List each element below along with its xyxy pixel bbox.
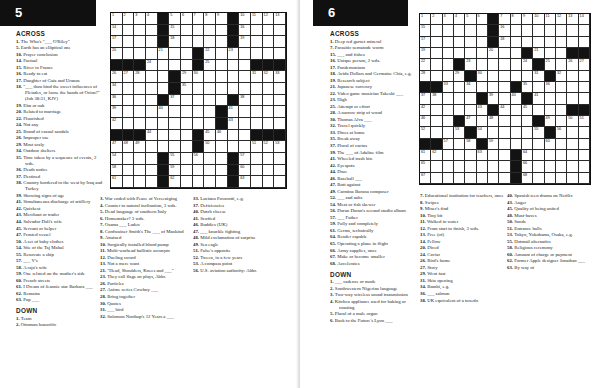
grid-cell[interactable] xyxy=(556,105,567,116)
grid-cell[interactable] xyxy=(579,139,590,150)
grid-cell[interactable]: 41 xyxy=(533,93,544,104)
grid-cell[interactable] xyxy=(181,176,193,188)
grid-cell[interactable] xyxy=(193,25,205,37)
grid-cell[interactable] xyxy=(216,48,228,60)
grid-cell[interactable] xyxy=(146,36,158,48)
grid-cell[interactable]: 60 xyxy=(239,165,251,177)
grid-cell[interactable]: 45 xyxy=(204,130,216,142)
grid-cell[interactable] xyxy=(134,83,146,95)
grid-cell[interactable]: 31 xyxy=(533,71,544,82)
grid-cell[interactable] xyxy=(123,36,135,48)
grid-cell[interactable] xyxy=(181,130,193,142)
grid-cell[interactable]: 63 xyxy=(239,176,251,188)
grid-cell[interactable]: 21 xyxy=(158,48,170,60)
grid-cell[interactable]: 62 xyxy=(169,176,181,188)
grid-cell[interactable]: 2 xyxy=(431,14,442,25)
grid-cell[interactable]: 39 xyxy=(488,93,499,104)
grid-cell[interactable] xyxy=(556,93,567,104)
grid-cell[interactable]: 53 xyxy=(274,141,286,153)
grid-cell[interactable]: 36 xyxy=(545,82,556,93)
grid-cell[interactable]: 4 xyxy=(454,14,465,25)
grid-cell[interactable] xyxy=(193,165,205,177)
grid-cell[interactable]: 25 xyxy=(545,59,556,70)
grid-cell[interactable] xyxy=(567,82,578,93)
grid-cell[interactable]: 22 xyxy=(204,48,216,60)
grid-cell[interactable]: 60 xyxy=(545,139,556,150)
grid-cell[interactable] xyxy=(204,36,216,48)
grid-cell[interactable] xyxy=(511,105,522,116)
grid-cell[interactable]: 55 xyxy=(533,127,544,138)
grid-cell[interactable]: 18 xyxy=(169,36,181,48)
grid-cell[interactable]: 23 xyxy=(228,48,240,60)
grid-cell[interactable] xyxy=(251,25,263,37)
grid-cell[interactable] xyxy=(169,141,181,153)
grid-cell[interactable] xyxy=(263,165,275,177)
grid-cell[interactable] xyxy=(533,139,544,150)
grid-cell[interactable] xyxy=(239,48,251,60)
grid-cell[interactable] xyxy=(251,153,263,165)
grid-cell[interactable] xyxy=(263,25,275,37)
grid-cell[interactable] xyxy=(556,48,567,59)
grid-cell[interactable]: 9 xyxy=(216,13,228,25)
grid-cell[interactable] xyxy=(499,48,510,59)
grid-cell[interactable]: 9 xyxy=(522,14,533,25)
grid-cell[interactable]: 43 xyxy=(477,105,488,116)
grid-cell[interactable] xyxy=(123,95,135,107)
grid-cell[interactable] xyxy=(263,176,275,188)
grid-cell[interactable] xyxy=(488,150,499,161)
grid-cell[interactable]: 54 xyxy=(111,153,123,165)
grid-cell[interactable] xyxy=(556,59,567,70)
grid-cell[interactable] xyxy=(443,59,454,70)
grid-cell[interactable]: 12 xyxy=(263,13,275,25)
grid-cell[interactable] xyxy=(216,153,228,165)
grid-cell[interactable] xyxy=(263,153,275,165)
grid-cell[interactable] xyxy=(274,106,286,118)
grid-cell[interactable] xyxy=(181,36,193,48)
grid-cell[interactable] xyxy=(522,37,533,48)
grid-cell[interactable] xyxy=(134,36,146,48)
grid-cell[interactable] xyxy=(274,95,286,107)
grid-cell[interactable] xyxy=(134,25,146,37)
grid-cell[interactable] xyxy=(216,25,228,37)
grid-cell[interactable] xyxy=(533,161,544,172)
grid-cell[interactable]: 7 xyxy=(499,14,510,25)
grid-cell[interactable] xyxy=(579,161,590,172)
grid-cell[interactable] xyxy=(169,48,181,60)
grid-cell[interactable] xyxy=(158,83,170,95)
grid-cell[interactable] xyxy=(454,161,465,172)
grid-cell[interactable] xyxy=(134,48,146,60)
grid-cell[interactable] xyxy=(193,176,205,188)
grid-cell[interactable] xyxy=(465,93,476,104)
grid-cell[interactable] xyxy=(239,118,251,130)
grid-cell[interactable]: 2 xyxy=(123,13,135,25)
grid-cell[interactable] xyxy=(158,71,170,83)
grid-cell[interactable]: 67 xyxy=(420,173,431,184)
grid-cell[interactable]: 53 xyxy=(454,127,465,138)
grid-cell[interactable] xyxy=(146,83,158,95)
grid-cell[interactable] xyxy=(556,173,567,184)
grid-cell[interactable] xyxy=(274,153,286,165)
grid-cell[interactable] xyxy=(499,59,510,70)
grid-cell[interactable] xyxy=(465,173,476,184)
grid-cell[interactable] xyxy=(216,141,228,153)
grid-cell[interactable]: 5 xyxy=(169,13,181,25)
grid-cell[interactable]: 47 xyxy=(111,141,123,153)
grid-cell[interactable]: 26 xyxy=(111,71,123,83)
grid-cell[interactable] xyxy=(477,173,488,184)
grid-cell[interactable] xyxy=(193,118,205,130)
grid-cell[interactable] xyxy=(239,130,251,142)
grid-cell[interactable]: 34 xyxy=(465,82,476,93)
grid-cell[interactable] xyxy=(488,71,499,82)
grid-cell[interactable] xyxy=(158,118,170,130)
grid-cell[interactable] xyxy=(251,83,263,95)
grid-cell[interactable]: 24 xyxy=(146,60,158,72)
grid-cell[interactable] xyxy=(488,161,499,172)
grid-cell[interactable] xyxy=(443,71,454,82)
grid-cell[interactable] xyxy=(567,139,578,150)
grid-cell[interactable] xyxy=(431,127,442,138)
grid-cell[interactable] xyxy=(443,116,454,127)
grid-cell[interactable] xyxy=(228,60,240,72)
grid-cell[interactable] xyxy=(204,165,216,177)
grid-cell[interactable] xyxy=(443,173,454,184)
grid-cell[interactable] xyxy=(158,60,170,72)
grid-cell[interactable]: 25 xyxy=(204,60,216,72)
grid-cell[interactable] xyxy=(239,60,251,72)
grid-cell[interactable] xyxy=(499,82,510,93)
grid-cell[interactable] xyxy=(579,25,590,36)
grid-cell[interactable]: 52 xyxy=(263,141,275,153)
grid-cell[interactable] xyxy=(216,36,228,48)
grid-cell[interactable] xyxy=(239,71,251,83)
grid-cell[interactable] xyxy=(556,139,567,150)
grid-cell[interactable]: 13 xyxy=(567,14,578,25)
grid-cell[interactable] xyxy=(158,141,170,153)
grid-cell[interactable] xyxy=(274,83,286,95)
grid-cell[interactable] xyxy=(204,83,216,95)
grid-cell[interactable]: 44 xyxy=(499,105,510,116)
grid-cell[interactable] xyxy=(134,165,146,177)
grid-cell[interactable] xyxy=(263,48,275,60)
grid-cell[interactable] xyxy=(545,150,556,161)
grid-cell[interactable] xyxy=(204,25,216,37)
grid-cell[interactable] xyxy=(443,25,454,36)
grid-cell[interactable]: 13 xyxy=(274,13,286,25)
grid-cell[interactable]: 30 xyxy=(477,71,488,82)
grid-cell[interactable]: 19 xyxy=(239,36,251,48)
grid-cell[interactable] xyxy=(454,37,465,48)
grid-cell[interactable] xyxy=(545,48,556,59)
grid-cell[interactable] xyxy=(134,118,146,130)
grid-cell[interactable]: 11 xyxy=(251,13,263,25)
grid-cell[interactable] xyxy=(465,105,476,116)
grid-cell[interactable] xyxy=(556,116,567,127)
grid-cell[interactable] xyxy=(251,176,263,188)
grid-cell[interactable] xyxy=(443,37,454,48)
grid-cell[interactable] xyxy=(181,48,193,60)
grid-cell[interactable] xyxy=(228,141,240,153)
grid-cell[interactable]: 26 xyxy=(567,59,578,70)
grid-cell[interactable] xyxy=(204,118,216,130)
grid-cell[interactable]: 68 xyxy=(522,173,533,184)
grid-cell[interactable] xyxy=(216,83,228,95)
grid-cell[interactable]: 27 xyxy=(123,71,135,83)
grid-cell[interactable]: 20 xyxy=(111,48,123,60)
grid-cell[interactable] xyxy=(263,36,275,48)
grid-cell[interactable]: 38 xyxy=(431,93,442,104)
grid-cell[interactable]: 48 xyxy=(488,116,499,127)
grid-cell[interactable] xyxy=(181,165,193,177)
grid-cell[interactable] xyxy=(274,48,286,60)
grid-cell[interactable] xyxy=(579,93,590,104)
grid-cell[interactable]: 49 xyxy=(545,116,556,127)
grid-cell[interactable] xyxy=(181,25,193,37)
grid-cell[interactable] xyxy=(251,165,263,177)
grid-cell[interactable] xyxy=(134,176,146,188)
grid-cell[interactable]: 12 xyxy=(556,14,567,25)
grid-cell[interactable] xyxy=(499,71,510,82)
grid-cell[interactable] xyxy=(511,127,522,138)
grid-cell[interactable] xyxy=(567,37,578,48)
grid-cell[interactable]: 7 xyxy=(193,13,205,25)
grid-cell[interactable] xyxy=(158,130,170,142)
grid-cell[interactable]: 56 xyxy=(556,127,567,138)
grid-cell[interactable] xyxy=(181,60,193,72)
grid-cell[interactable]: 54 xyxy=(477,127,488,138)
grid-cell[interactable] xyxy=(511,25,522,36)
grid-cell[interactable]: 28 xyxy=(420,71,431,82)
grid-cell[interactable]: 51 xyxy=(579,116,590,127)
grid-cell[interactable] xyxy=(123,83,135,95)
grid-cell[interactable] xyxy=(123,25,135,37)
grid-cell[interactable] xyxy=(251,106,263,118)
grid-cell[interactable]: 50 xyxy=(567,116,578,127)
grid-cell[interactable] xyxy=(522,127,533,138)
grid-cell[interactable]: 62 xyxy=(431,150,442,161)
grid-cell[interactable]: 47 xyxy=(465,116,476,127)
grid-cell[interactable] xyxy=(477,116,488,127)
grid-cell[interactable]: 28 xyxy=(134,71,146,83)
grid-cell[interactable]: 43 xyxy=(228,118,240,130)
grid-cell[interactable]: 42 xyxy=(111,118,123,130)
grid-cell[interactable]: 3 xyxy=(443,14,454,25)
grid-cell[interactable] xyxy=(454,48,465,59)
grid-cell[interactable]: 29 xyxy=(454,71,465,82)
grid-cell[interactable] xyxy=(181,141,193,153)
grid-cell[interactable]: 16 xyxy=(239,25,251,37)
grid-cell[interactable] xyxy=(204,153,216,165)
grid-cell[interactable] xyxy=(545,161,556,172)
grid-cell[interactable] xyxy=(431,25,442,36)
grid-cell[interactable]: 23 xyxy=(465,59,476,70)
grid-cell[interactable] xyxy=(146,153,158,165)
grid-cell[interactable]: 8 xyxy=(204,13,216,25)
grid-cell[interactable] xyxy=(169,118,181,130)
grid-cell[interactable] xyxy=(204,106,216,118)
grid-cell[interactable]: 4 xyxy=(146,13,158,25)
grid-cell[interactable]: 37 xyxy=(420,93,431,104)
grid-cell[interactable] xyxy=(443,48,454,59)
grid-cell[interactable] xyxy=(511,71,522,82)
grid-cell[interactable]: 19 xyxy=(420,48,431,59)
grid-cell[interactable] xyxy=(465,25,476,36)
grid-cell[interactable]: 44 xyxy=(146,130,158,142)
grid-cell[interactable] xyxy=(567,127,578,138)
grid-cell[interactable]: 40 xyxy=(158,106,170,118)
grid-cell[interactable] xyxy=(522,71,533,82)
grid-cell[interactable] xyxy=(556,82,567,93)
grid-cell[interactable] xyxy=(579,82,590,93)
grid-cell[interactable]: 24 xyxy=(522,59,533,70)
grid-cell[interactable]: 21 xyxy=(533,48,544,59)
grid-cell[interactable]: 34 xyxy=(111,83,123,95)
grid-cell[interactable] xyxy=(216,176,228,188)
grid-cell[interactable]: 41 xyxy=(228,106,240,118)
grid-cell[interactable]: 51 xyxy=(251,141,263,153)
grid-cell[interactable] xyxy=(274,25,286,37)
grid-cell[interactable]: 63 xyxy=(477,150,488,161)
grid-cell[interactable]: 32 xyxy=(263,71,275,83)
grid-cell[interactable] xyxy=(488,127,499,138)
grid-cell[interactable]: 35 xyxy=(522,82,533,93)
grid-cell[interactable] xyxy=(123,118,135,130)
grid-cell[interactable] xyxy=(146,106,158,118)
grid-cell[interactable]: 66 xyxy=(522,161,533,172)
grid-cell[interactable]: 61 xyxy=(420,150,431,161)
grid-cell[interactable]: 48 xyxy=(123,141,135,153)
grid-cell[interactable] xyxy=(499,139,510,150)
grid-cell[interactable] xyxy=(499,93,510,104)
grid-cell[interactable]: 17 xyxy=(111,36,123,48)
grid-cell[interactable] xyxy=(263,118,275,130)
grid-cell[interactable] xyxy=(239,83,251,95)
grid-cell[interactable] xyxy=(454,82,465,93)
grid-cell[interactable] xyxy=(533,37,544,48)
grid-cell[interactable] xyxy=(443,105,454,116)
grid-cell[interactable] xyxy=(499,116,510,127)
grid-cell[interactable] xyxy=(454,105,465,116)
grid-cell[interactable] xyxy=(146,95,158,107)
grid-cell[interactable] xyxy=(499,173,510,184)
grid-cell[interactable] xyxy=(511,139,522,150)
grid-cell[interactable] xyxy=(431,173,442,184)
grid-cell[interactable] xyxy=(431,71,442,82)
grid-cell[interactable]: 35 xyxy=(181,83,193,95)
grid-cell[interactable] xyxy=(556,161,567,172)
grid-cell[interactable] xyxy=(477,59,488,70)
grid-cell[interactable] xyxy=(274,36,286,48)
grid-cell[interactable] xyxy=(216,95,228,107)
grid-cell[interactable] xyxy=(239,141,251,153)
grid-cell[interactable] xyxy=(511,59,522,70)
grid-cell[interactable] xyxy=(169,130,181,142)
grid-cell[interactable]: 8 xyxy=(511,14,522,25)
grid-cell[interactable]: 16 xyxy=(499,25,510,36)
grid-cell[interactable] xyxy=(454,139,465,150)
grid-cell[interactable] xyxy=(465,150,476,161)
grid-cell[interactable] xyxy=(567,161,578,172)
grid-cell[interactable] xyxy=(228,71,240,83)
grid-cell[interactable]: 49 xyxy=(134,141,146,153)
grid-cell[interactable] xyxy=(123,106,135,118)
grid-cell[interactable] xyxy=(193,36,205,48)
grid-cell[interactable]: 58 xyxy=(465,139,476,150)
grid-cell[interactable]: 14 xyxy=(111,25,123,37)
grid-cell[interactable] xyxy=(499,150,510,161)
grid-cell[interactable] xyxy=(545,25,556,36)
grid-cell[interactable] xyxy=(533,150,544,161)
grid-cell[interactable]: 52 xyxy=(420,127,431,138)
grid-cell[interactable] xyxy=(123,48,135,60)
grid-cell[interactable] xyxy=(579,150,590,161)
grid-cell[interactable] xyxy=(193,83,205,95)
grid-cell[interactable]: 57 xyxy=(443,139,454,150)
grid-cell[interactable] xyxy=(228,130,240,142)
grid-cell[interactable]: 14 xyxy=(579,14,590,25)
grid-cell[interactable] xyxy=(545,93,556,104)
grid-cell[interactable] xyxy=(579,37,590,48)
grid-cell[interactable]: 38 xyxy=(239,95,251,107)
grid-cell[interactable] xyxy=(263,83,275,95)
grid-cell[interactable]: 5 xyxy=(465,14,476,25)
grid-cell[interactable] xyxy=(465,37,476,48)
grid-cell[interactable]: 17 xyxy=(420,37,431,48)
grid-cell[interactable]: 18 xyxy=(499,37,510,48)
grid-cell[interactable] xyxy=(431,116,442,127)
grid-cell[interactable] xyxy=(251,36,263,48)
grid-cell[interactable]: 11 xyxy=(545,14,556,25)
grid-cell[interactable]: 46 xyxy=(216,130,228,142)
grid-cell[interactable]: 10 xyxy=(239,13,251,25)
grid-cell[interactable] xyxy=(251,95,263,107)
grid-cell[interactable] xyxy=(511,37,522,48)
grid-cell[interactable]: 33 xyxy=(443,82,454,93)
grid-cell[interactable]: 15 xyxy=(169,25,181,37)
grid-cell[interactable] xyxy=(251,48,263,60)
grid-cell[interactable] xyxy=(477,161,488,172)
grid-cell[interactable] xyxy=(556,150,567,161)
grid-cell[interactable] xyxy=(181,153,193,165)
grid-cell[interactable] xyxy=(443,161,454,172)
grid-cell[interactable] xyxy=(181,95,193,107)
grid-cell[interactable] xyxy=(454,173,465,184)
grid-cell[interactable] xyxy=(134,95,146,107)
grid-cell[interactable] xyxy=(216,71,228,83)
grid-cell[interactable] xyxy=(274,118,286,130)
grid-cell[interactable]: 10 xyxy=(533,14,544,25)
grid-cell[interactable]: 15 xyxy=(420,25,431,36)
grid-cell[interactable] xyxy=(465,161,476,172)
grid-cell[interactable]: 33 xyxy=(274,71,286,83)
grid-cell[interactable] xyxy=(204,176,216,188)
grid-cell[interactable]: 64 xyxy=(522,150,533,161)
grid-cell[interactable] xyxy=(454,150,465,161)
grid-cell[interactable] xyxy=(488,59,499,70)
grid-cell[interactable] xyxy=(239,106,251,118)
grid-cell[interactable] xyxy=(533,82,544,93)
grid-cell[interactable] xyxy=(545,173,556,184)
grid-cell[interactable]: 39 xyxy=(111,106,123,118)
grid-cell[interactable] xyxy=(431,48,442,59)
grid-cell[interactable] xyxy=(488,173,499,184)
grid-cell[interactable] xyxy=(431,105,442,116)
grid-cell[interactable]: 59 xyxy=(169,165,181,177)
grid-cell[interactable]: 59 xyxy=(488,139,499,150)
grid-cell[interactable] xyxy=(567,71,578,82)
